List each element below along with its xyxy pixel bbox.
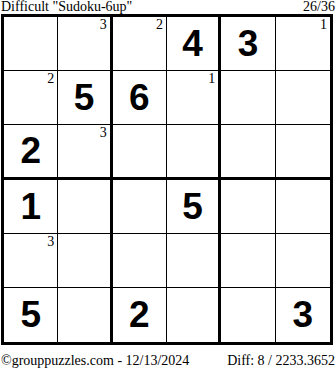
cell-r2c5[interactable] [221, 71, 275, 125]
cell-r1c5[interactable]: 3 [221, 17, 275, 71]
cell-r6c5[interactable] [221, 288, 275, 342]
cell-value: 5 [182, 188, 203, 225]
cell-r3c3[interactable] [113, 125, 167, 179]
cell-r2c6[interactable] [276, 71, 330, 125]
cell-r1c1[interactable] [4, 17, 58, 71]
corner-mark: 2 [156, 17, 163, 33]
cell-r1c2[interactable]: 3 [58, 17, 112, 71]
cell-r5c5[interactable] [221, 234, 275, 288]
cell-r5c1[interactable]: 3 [4, 234, 58, 288]
cell-r3c4[interactable] [167, 125, 221, 179]
corner-mark: 3 [47, 234, 54, 250]
cell-r2c3[interactable]: 6 [113, 71, 167, 125]
cell-r3c5[interactable] [221, 125, 275, 179]
copyright-date: ©grouppuzzles.com - 12/13/2024 [1, 353, 189, 368]
cell-r5c2[interactable] [58, 234, 112, 288]
cell-r5c4[interactable] [167, 234, 221, 288]
corner-mark: 1 [208, 71, 215, 87]
cell-value: 5 [20, 296, 41, 333]
header: Difficult "Sudoku-6up" 26/36 [1, 0, 335, 14]
cell-r4c4[interactable]: 5 [167, 180, 221, 234]
cell-r4c3[interactable] [113, 180, 167, 234]
cell-r3c1[interactable]: 2 [4, 125, 58, 179]
cell-value: 2 [20, 132, 41, 169]
cell-r5c6[interactable] [276, 234, 330, 288]
cell-r6c2[interactable] [58, 288, 112, 342]
cell-r4c6[interactable] [276, 180, 330, 234]
cell-r2c4[interactable]: 1 [167, 71, 221, 125]
puzzle-title: Difficult "Sudoku-6up" [1, 0, 132, 14]
cell-r5c3[interactable] [113, 234, 167, 288]
cell-r6c1[interactable]: 5 [4, 288, 58, 342]
sudoku-board: 32431256123153523 [1, 14, 333, 345]
cell-r4c1[interactable]: 1 [4, 180, 58, 234]
cell-r4c2[interactable] [58, 180, 112, 234]
cell-value: 6 [129, 79, 150, 116]
cell-r3c6[interactable] [276, 125, 330, 179]
corner-mark: 3 [100, 125, 107, 141]
footer: ©grouppuzzles.com - 12/13/2024 Diff: 8 /… [1, 353, 335, 368]
cell-r2c2[interactable]: 5 [58, 71, 112, 125]
cell-r6c4[interactable] [167, 288, 221, 342]
cell-value: 3 [238, 25, 259, 62]
cell-value: 1 [20, 188, 41, 225]
cell-value: 3 [293, 296, 314, 333]
cell-value: 4 [182, 25, 203, 62]
cell-r3c2[interactable]: 3 [58, 125, 112, 179]
cell-r6c6[interactable]: 3 [276, 288, 330, 342]
cell-r6c3[interactable]: 2 [113, 288, 167, 342]
corner-mark: 3 [100, 17, 107, 33]
cell-r4c5[interactable] [221, 180, 275, 234]
cell-r2c1[interactable]: 2 [4, 71, 58, 125]
puzzle-page: Difficult "Sudoku-6up" 26/36 32431256123… [0, 0, 336, 370]
cell-r1c6[interactable]: 1 [276, 17, 330, 71]
corner-mark: 2 [47, 71, 54, 87]
corner-mark: 1 [320, 17, 327, 33]
cell-r1c3[interactable]: 2 [113, 17, 167, 71]
puzzle-counter: 26/36 [303, 0, 335, 14]
cell-value: 5 [74, 79, 95, 116]
cell-value: 2 [129, 296, 150, 333]
cell-r1c4[interactable]: 4 [167, 17, 221, 71]
difficulty-rating: Diff: 8 / 2233.3652 [227, 353, 335, 368]
